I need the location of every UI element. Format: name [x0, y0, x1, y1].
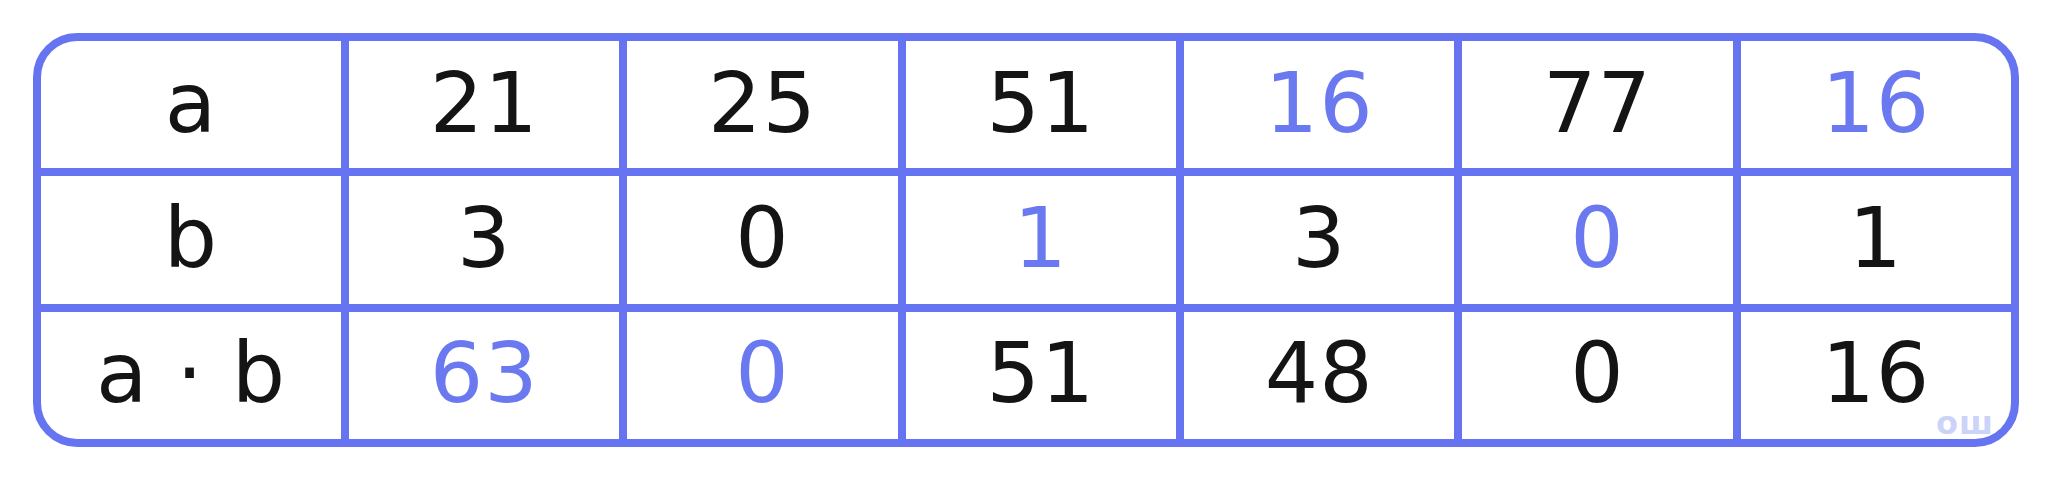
puzzle-stage: a 21 25 51 16 77 16 b 3 0 1 3 0 1 a · b …	[0, 0, 2052, 498]
cell-ab-2-answer[interactable]: 0	[627, 312, 897, 439]
cell-b-3-answer[interactable]: 1	[906, 176, 1176, 303]
cell-b-1: 3	[349, 176, 619, 303]
cell-b-6: 1	[1741, 176, 2011, 303]
cell-b-2: 0	[627, 176, 897, 303]
row-label-a: a	[41, 41, 341, 168]
cell-a-5: 77	[1462, 41, 1732, 168]
multiplication-table: a 21 25 51 16 77 16 b 3 0 1 3 0 1 a · b …	[33, 33, 2019, 447]
cell-ab-1-answer[interactable]: 63	[349, 312, 619, 439]
cell-a-2: 25	[627, 41, 897, 168]
cell-a-6-answer[interactable]: 16	[1741, 41, 2011, 168]
cell-ab-6: 16	[1741, 312, 2011, 439]
cell-a-3: 51	[906, 41, 1176, 168]
cell-ab-5: 0	[1462, 312, 1732, 439]
row-label-b: b	[41, 176, 341, 303]
cell-b-5-answer[interactable]: 0	[1462, 176, 1732, 303]
cell-a-4-answer[interactable]: 16	[1184, 41, 1454, 168]
cell-ab-3: 51	[906, 312, 1176, 439]
row-label-ab: a · b	[41, 312, 341, 439]
cell-ab-4: 48	[1184, 312, 1454, 439]
cell-b-4: 3	[1184, 176, 1454, 303]
cell-a-1: 21	[349, 41, 619, 168]
